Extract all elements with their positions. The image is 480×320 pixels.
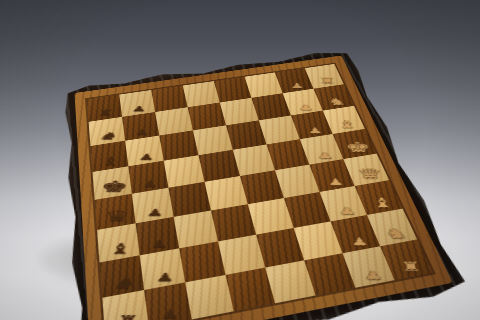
- live-edge-bark-border: ♜♟♟♜♞♟♟♞♝♟♟♝♚♟♟♚♛♟♟♛♝♟♟♝♞♟♟♞♜♟♟♜: [64, 48, 470, 320]
- piece-white-pawn[interactable]: ♟: [298, 104, 313, 111]
- piece-black-rook[interactable]: ♜: [116, 314, 140, 320]
- piece-white-bishop[interactable]: ♝: [370, 197, 395, 210]
- piece-black-pawn[interactable]: ♟: [131, 105, 147, 112]
- piece-black-knight[interactable]: ♞: [111, 276, 137, 291]
- piece-black-rook[interactable]: ♜: [96, 109, 115, 118]
- piece-white-pawn[interactable]: ♟: [327, 178, 344, 187]
- piece-white-pawn[interactable]: ♟: [363, 270, 383, 281]
- piece-black-pawn[interactable]: ♟: [138, 153, 155, 161]
- piece-black-king[interactable]: ♚: [99, 179, 129, 194]
- piece-white-rook[interactable]: ♜: [399, 260, 423, 273]
- piece-white-rook[interactable]: ♜: [319, 77, 336, 85]
- piece-white-bishop[interactable]: ♝: [336, 119, 358, 129]
- piece-black-bishop[interactable]: ♝: [107, 242, 133, 256]
- piece-black-pawn[interactable]: ♟: [142, 179, 159, 188]
- piece-black-pawn[interactable]: ♟: [155, 272, 174, 284]
- piece-white-pawn[interactable]: ♟: [350, 236, 369, 247]
- piece-white-pawn[interactable]: ♟: [290, 82, 305, 89]
- photo-scene: ♜♟♟♜♞♟♟♞♝♟♟♝♚♟♟♚♛♟♟♛♝♟♟♝♞♟♟♞♜♟♟♜: [0, 0, 480, 320]
- piece-black-pawn[interactable]: ♟: [134, 128, 150, 136]
- piece-black-knight[interactable]: ♞: [98, 131, 119, 141]
- piece-black-queen[interactable]: ♛: [103, 209, 132, 224]
- piece-white-pawn[interactable]: ♟: [338, 206, 356, 216]
- piece-white-queen[interactable]: ♛: [356, 167, 383, 181]
- wood-frame: ♜♟♟♜♞♟♟♞♝♟♟♝♚♟♟♚♛♟♟♛♝♟♟♝♞♟♟♞♜♟♟♜: [75, 55, 453, 320]
- chess-board: ♜♟♟♜♞♟♟♞♝♟♟♝♚♟♟♚♛♟♟♛♝♟♟♝♞♟♟♞♜♟♟♜: [64, 48, 470, 320]
- piece-white-pawn[interactable]: ♟: [317, 151, 334, 159]
- square-a7[interactable]: ♟: [144, 282, 192, 320]
- piece-black-pawn[interactable]: ♟: [150, 238, 169, 249]
- piece-white-knight[interactable]: ♞: [384, 227, 409, 240]
- piece-black-bishop[interactable]: ♝: [100, 155, 123, 166]
- piece-white-king[interactable]: ♚: [344, 140, 372, 154]
- piece-white-knight[interactable]: ♞: [327, 97, 347, 106]
- board-grid: ♜♟♟♜♞♟♟♞♝♟♟♝♚♟♟♚♛♟♟♛♝♟♟♝♞♟♟♞♜♟♟♜: [87, 64, 433, 320]
- piece-black-pawn[interactable]: ♟: [146, 208, 164, 218]
- piece-black-pawn[interactable]: ♟: [160, 308, 180, 320]
- piece-white-pawn[interactable]: ♟: [307, 127, 323, 135]
